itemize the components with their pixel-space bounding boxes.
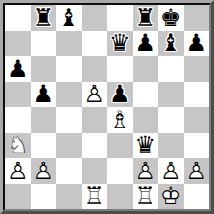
black-pawn-f7[interactable]: ♟	[133, 31, 159, 57]
square-c1[interactable]	[56, 184, 82, 210]
square-c6[interactable]	[56, 56, 82, 82]
square-h2[interactable]: ♙	[184, 158, 210, 184]
square-b8[interactable]: ♜	[31, 5, 57, 31]
square-f2[interactable]: ♙	[133, 158, 159, 184]
square-h8[interactable]	[184, 5, 210, 31]
black-pawn-e5[interactable]: ♟	[107, 82, 133, 108]
square-e1[interactable]	[107, 184, 133, 210]
square-d8[interactable]	[82, 5, 108, 31]
white-bishop-e4[interactable]: ♗	[107, 107, 133, 133]
square-e2[interactable]	[107, 158, 133, 184]
square-f1[interactable]: ♖	[133, 184, 159, 210]
square-b3[interactable]	[31, 133, 57, 159]
white-king-g1[interactable]: ♔	[158, 184, 184, 210]
square-a3[interactable]: ♘	[5, 133, 31, 159]
black-bishop-g7[interactable]: ♝	[158, 31, 184, 57]
square-h4[interactable]	[184, 107, 210, 133]
square-f5[interactable]	[133, 82, 159, 108]
square-c7[interactable]	[56, 31, 82, 57]
square-h6[interactable]	[184, 56, 210, 82]
square-e4[interactable]: ♗	[107, 107, 133, 133]
square-g3[interactable]	[158, 133, 184, 159]
white-knight-a3[interactable]: ♘	[5, 133, 31, 159]
white-pawn-h2[interactable]: ♙	[184, 158, 210, 184]
square-d3[interactable]	[82, 133, 108, 159]
square-g1[interactable]: ♔	[158, 184, 184, 210]
square-e3[interactable]	[107, 133, 133, 159]
square-a2[interactable]: ♙	[5, 158, 31, 184]
square-g4[interactable]	[158, 107, 184, 133]
square-h1[interactable]	[184, 184, 210, 210]
square-b2[interactable]: ♙	[31, 158, 57, 184]
square-a7[interactable]	[5, 31, 31, 57]
black-rook-b8[interactable]: ♜	[31, 5, 57, 31]
board-frame: ♜♝♜♚♛♟♝♟♟♟♙♟♗♘♛♙♙♙♙♙♖♖♔	[0, 0, 214, 214]
square-f3[interactable]: ♛	[133, 133, 159, 159]
square-d1[interactable]: ♖	[82, 184, 108, 210]
square-d7[interactable]	[82, 31, 108, 57]
square-b5[interactable]: ♟	[31, 82, 57, 108]
square-h5[interactable]	[184, 82, 210, 108]
black-queen-e7[interactable]: ♛	[107, 31, 133, 57]
square-a6[interactable]: ♟	[5, 56, 31, 82]
square-f4[interactable]	[133, 107, 159, 133]
square-c4[interactable]	[56, 107, 82, 133]
square-a1[interactable]	[5, 184, 31, 210]
square-a4[interactable]	[5, 107, 31, 133]
black-pawn-a6[interactable]: ♟	[5, 56, 31, 82]
square-b7[interactable]	[31, 31, 57, 57]
square-g5[interactable]	[158, 82, 184, 108]
white-rook-d1[interactable]: ♖	[82, 184, 108, 210]
square-e5[interactable]: ♟	[107, 82, 133, 108]
square-e7[interactable]: ♛	[107, 31, 133, 57]
square-g2[interactable]: ♙	[158, 158, 184, 184]
square-h3[interactable]	[184, 133, 210, 159]
square-f6[interactable]	[133, 56, 159, 82]
square-f7[interactable]: ♟	[133, 31, 159, 57]
square-e8[interactable]	[107, 5, 133, 31]
square-f8[interactable]: ♜	[133, 5, 159, 31]
white-pawn-a2[interactable]: ♙	[5, 158, 31, 184]
square-b1[interactable]	[31, 184, 57, 210]
white-pawn-g2[interactable]: ♙	[158, 158, 184, 184]
square-d2[interactable]	[82, 158, 108, 184]
square-a5[interactable]	[5, 82, 31, 108]
white-pawn-b2[interactable]: ♙	[31, 158, 57, 184]
square-a8[interactable]	[5, 5, 31, 31]
square-h7[interactable]: ♟	[184, 31, 210, 57]
square-c8[interactable]: ♝	[56, 5, 82, 31]
square-c5[interactable]	[56, 82, 82, 108]
square-c2[interactable]	[56, 158, 82, 184]
black-pawn-b5[interactable]: ♟	[31, 82, 57, 108]
square-g6[interactable]	[158, 56, 184, 82]
square-d5[interactable]: ♙	[82, 82, 108, 108]
square-d4[interactable]	[82, 107, 108, 133]
white-pawn-f2[interactable]: ♙	[133, 158, 159, 184]
black-queen-f3[interactable]: ♛	[133, 133, 159, 159]
square-b4[interactable]	[31, 107, 57, 133]
chess-board: ♜♝♜♚♛♟♝♟♟♟♙♟♗♘♛♙♙♙♙♙♖♖♔	[5, 5, 209, 209]
black-rook-f8[interactable]: ♜	[133, 5, 159, 31]
square-b6[interactable]	[31, 56, 57, 82]
black-king-g8[interactable]: ♚	[158, 5, 184, 31]
black-pawn-h7[interactable]: ♟	[184, 31, 210, 57]
black-bishop-c8[interactable]: ♝	[56, 5, 82, 31]
white-pawn-d5[interactable]: ♙	[82, 82, 108, 108]
square-e6[interactable]	[107, 56, 133, 82]
square-g7[interactable]: ♝	[158, 31, 184, 57]
square-c3[interactable]	[56, 133, 82, 159]
square-d6[interactable]	[82, 56, 108, 82]
white-rook-f1[interactable]: ♖	[133, 184, 159, 210]
board-inner-bevel: ♜♝♜♚♛♟♝♟♟♟♙♟♗♘♛♙♙♙♙♙♖♖♔	[3, 3, 211, 211]
square-g8[interactable]: ♚	[158, 5, 184, 31]
